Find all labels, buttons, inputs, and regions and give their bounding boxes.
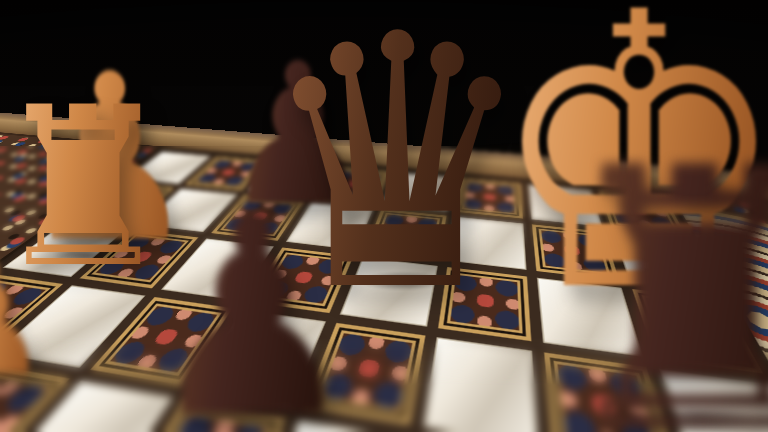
piece-white-pawn[interactable]: ♟	[0, 239, 49, 399]
piece-black-rook[interactable]: ♜	[547, 122, 768, 432]
chess-photo-scene: ♟♟♜♛♚♟♟♜	[0, 0, 768, 432]
pieces-layer: ♟♟♜♛♚♟♟♜	[0, 0, 768, 432]
piece-black-pawn[interactable]: ♟	[147, 181, 357, 432]
